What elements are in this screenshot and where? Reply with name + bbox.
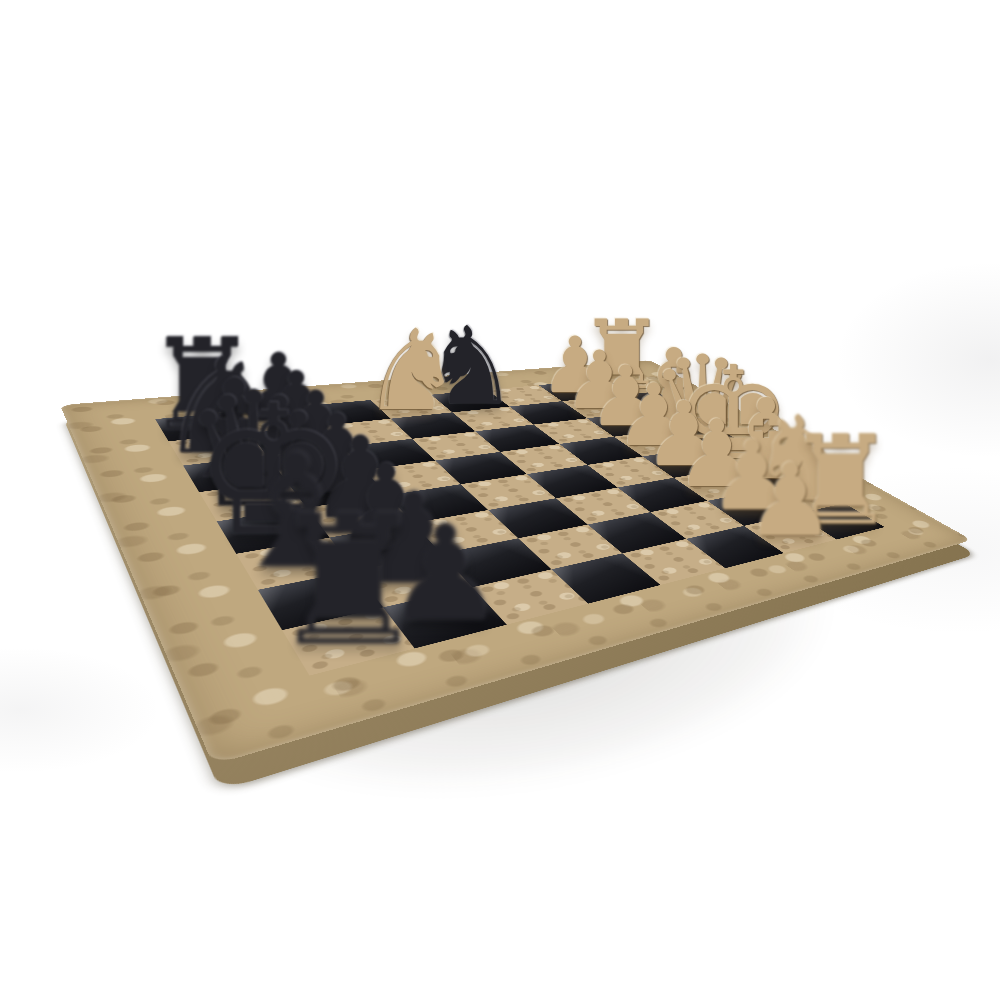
chess-set-photo: ♜♞♝♛♚♝♜♟♟♟♟♟♟♟♟♞♞♟♟♟♟♟♟♟♟♜♝♛♚♝♞♜ xyxy=(0,0,1000,1000)
white-pawn-h2[interactable]: ♟ xyxy=(745,450,835,551)
black-rook-h8[interactable]: ♜ xyxy=(268,492,429,672)
